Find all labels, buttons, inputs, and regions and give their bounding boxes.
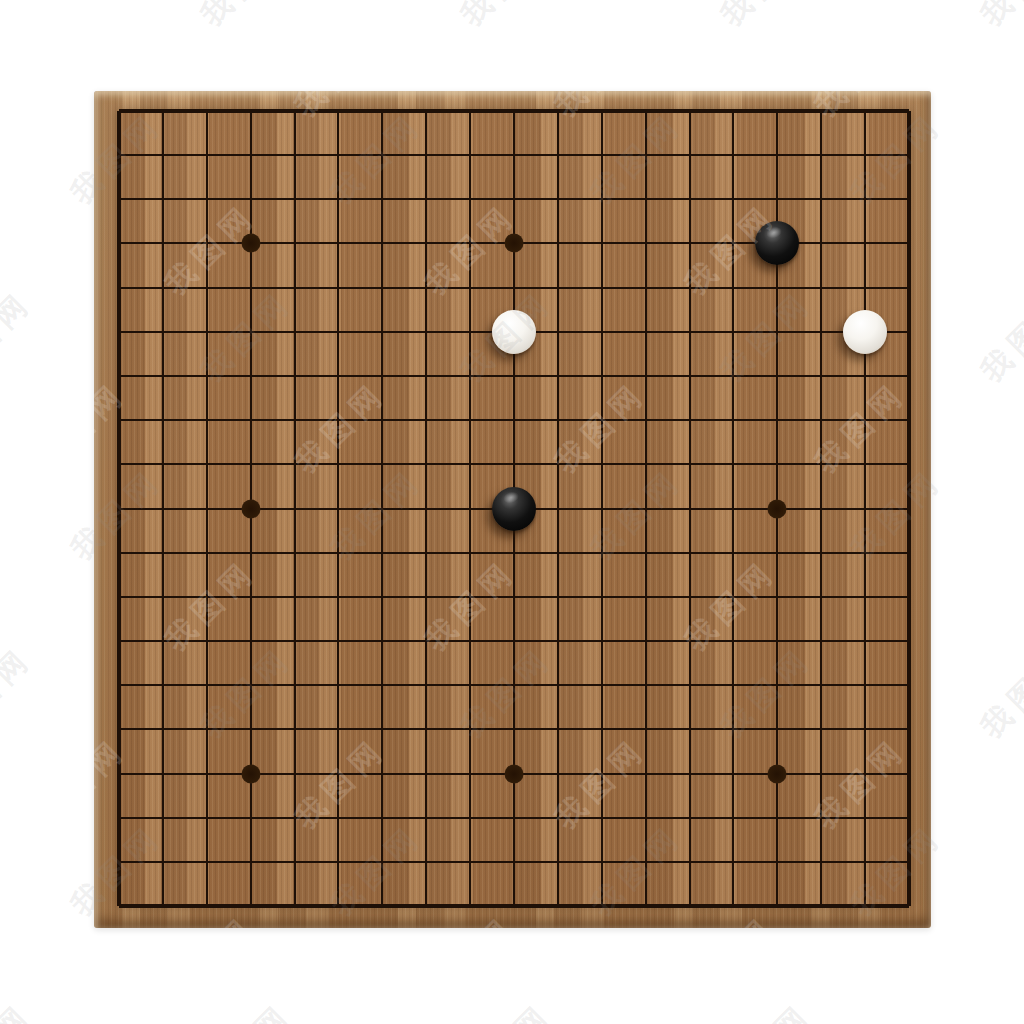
watermark-text: 我图网	[712, 0, 822, 35]
star-point	[505, 764, 524, 783]
star-point	[768, 764, 787, 783]
grid-line-vertical	[689, 111, 691, 906]
watermark-text: 我图网	[416, 907, 526, 928]
watermark-text: 我图网	[0, 994, 42, 1024]
grid-line-horizontal	[119, 861, 909, 863]
watermark-text: 我图网	[452, 0, 562, 35]
grid-line-vertical	[601, 111, 603, 906]
white-stone-K14	[492, 310, 536, 354]
watermark-text: 我图网	[156, 907, 266, 928]
page-background: 我图网我图网我图网我图网我图网我图网我图网我图网我图网我图网我图网我图网我图网我…	[0, 0, 1024, 1024]
grid-line-vertical	[907, 111, 911, 906]
grid-line-horizontal	[119, 904, 909, 908]
go-board: 我图网我图网我图网我图网我图网我图网我图网我图网我图网我图网我图网我图网我图网我…	[94, 91, 931, 928]
grid-line-horizontal	[119, 640, 909, 642]
grid-line-horizontal	[119, 684, 909, 686]
grid-line-horizontal	[119, 552, 909, 554]
watermark-text: 我图网	[192, 994, 302, 1024]
watermark-text: 我图网	[0, 0, 42, 35]
watermark-text: 我图网	[676, 907, 786, 928]
watermark-text: 我图网	[972, 0, 1024, 35]
grid-line-horizontal	[119, 728, 909, 730]
watermark-text: 我图网	[712, 994, 822, 1024]
black-stone-Q16	[755, 221, 799, 265]
grid-line-vertical	[820, 111, 822, 906]
grid-line-horizontal	[119, 596, 909, 598]
black-stone-K10	[492, 487, 536, 531]
grid-line-vertical	[732, 111, 734, 906]
star-point	[505, 234, 524, 253]
grid-line-vertical	[557, 111, 559, 906]
watermark-text: 我图网	[192, 0, 302, 35]
star-point	[241, 764, 260, 783]
watermark-text: 我图网	[452, 994, 562, 1024]
star-point	[241, 499, 260, 518]
watermark-text: 我图网	[972, 638, 1024, 748]
grid-line-vertical	[645, 111, 647, 906]
star-point	[241, 234, 260, 253]
white-stone-S14	[843, 310, 887, 354]
star-point	[768, 499, 787, 518]
watermark-text: 我图网	[972, 282, 1024, 392]
watermark-text: 我图网	[0, 282, 42, 392]
watermark-text: 我图网	[0, 638, 42, 748]
watermark-text: 我图网	[972, 994, 1024, 1024]
grid-line-vertical	[864, 111, 866, 906]
go-board-grid	[119, 111, 909, 906]
grid-line-horizontal	[119, 817, 909, 819]
